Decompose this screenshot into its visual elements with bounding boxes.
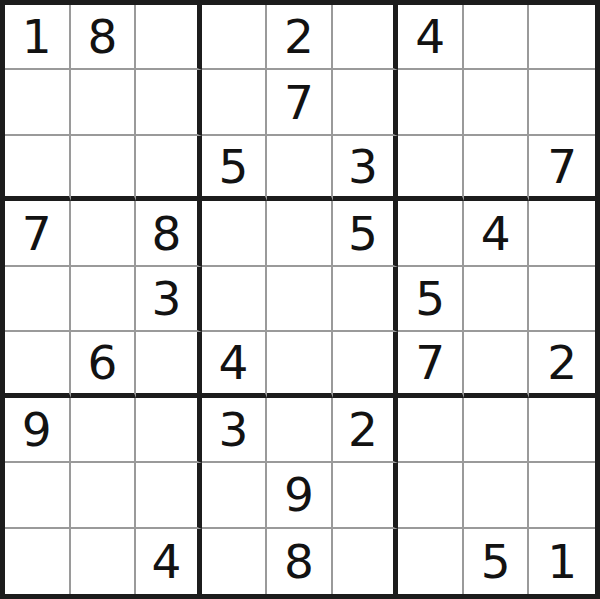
cell-r4c3[interactable]: 8 — [136, 201, 202, 266]
cell-r7c1[interactable]: 9 — [5, 398, 71, 463]
cell-r5c1[interactable] — [5, 267, 71, 332]
given-digit: 3 — [348, 143, 378, 190]
cell-r2c1[interactable] — [5, 70, 71, 135]
cell-r5c7[interactable]: 5 — [398, 267, 464, 332]
cell-r2c4[interactable] — [202, 70, 268, 135]
given-digit: 5 — [481, 538, 511, 585]
cell-r8c8[interactable] — [464, 463, 530, 528]
cell-r8c5[interactable]: 9 — [267, 463, 333, 528]
sudoku-board: 18247537785435647293294851 — [0, 0, 600, 599]
cell-r9c2[interactable] — [71, 529, 137, 594]
given-digit: 4 — [481, 210, 511, 257]
cell-r2c6[interactable] — [333, 70, 399, 135]
cell-r5c2[interactable] — [71, 267, 137, 332]
cell-r4c1[interactable]: 7 — [5, 201, 71, 266]
given-digit: 6 — [87, 339, 117, 386]
given-digit: 1 — [547, 538, 577, 585]
cell-r3c1[interactable] — [5, 136, 71, 201]
cell-r3c7[interactable] — [398, 136, 464, 201]
cell-r5c6[interactable] — [333, 267, 399, 332]
cell-r7c2[interactable] — [71, 398, 137, 463]
cell-r6c9[interactable]: 2 — [529, 332, 595, 397]
cell-r4c8[interactable]: 4 — [464, 201, 530, 266]
cell-r2c8[interactable] — [464, 70, 530, 135]
cell-r9c3[interactable]: 4 — [136, 529, 202, 594]
cell-r6c7[interactable]: 7 — [398, 332, 464, 397]
cell-r3c2[interactable] — [71, 136, 137, 201]
cell-r3c3[interactable] — [136, 136, 202, 201]
cell-r7c6[interactable]: 2 — [333, 398, 399, 463]
cell-r4c5[interactable] — [267, 201, 333, 266]
given-digit: 5 — [218, 143, 248, 190]
cell-r8c9[interactable] — [529, 463, 595, 528]
cell-r4c2[interactable] — [71, 201, 137, 266]
given-digit: 1 — [22, 13, 52, 60]
cell-r4c7[interactable] — [398, 201, 464, 266]
cell-r2c7[interactable] — [398, 70, 464, 135]
cell-r8c7[interactable] — [398, 463, 464, 528]
cell-r8c2[interactable] — [71, 463, 137, 528]
cell-r2c3[interactable] — [136, 70, 202, 135]
cell-r7c9[interactable] — [529, 398, 595, 463]
sudoku-puzzle-page: 18247537785435647293294851 — [0, 0, 600, 599]
given-digit: 2 — [284, 13, 314, 60]
given-digit: 9 — [284, 471, 314, 518]
cell-r3c6[interactable]: 3 — [333, 136, 399, 201]
cell-r1c1[interactable]: 1 — [5, 5, 71, 70]
given-digit: 4 — [151, 538, 181, 585]
cell-r6c1[interactable] — [5, 332, 71, 397]
cell-r1c3[interactable] — [136, 5, 202, 70]
cell-r6c4[interactable]: 4 — [202, 332, 268, 397]
given-digit: 5 — [415, 275, 445, 322]
given-digit: 7 — [547, 143, 577, 190]
cell-r4c6[interactable]: 5 — [333, 201, 399, 266]
cell-r7c4[interactable]: 3 — [202, 398, 268, 463]
cell-r6c3[interactable] — [136, 332, 202, 397]
cell-r6c6[interactable] — [333, 332, 399, 397]
cell-r2c5[interactable]: 7 — [267, 70, 333, 135]
cell-r4c4[interactable] — [202, 201, 268, 266]
cell-r6c5[interactable] — [267, 332, 333, 397]
cell-r3c4[interactable]: 5 — [202, 136, 268, 201]
cell-r7c7[interactable] — [398, 398, 464, 463]
given-digit: 4 — [218, 339, 248, 386]
cell-r2c9[interactable] — [529, 70, 595, 135]
cell-r3c9[interactable]: 7 — [529, 136, 595, 201]
cell-r1c5[interactable]: 2 — [267, 5, 333, 70]
cell-r5c9[interactable] — [529, 267, 595, 332]
cell-r8c3[interactable] — [136, 463, 202, 528]
cell-r9c4[interactable] — [202, 529, 268, 594]
cell-r6c8[interactable] — [464, 332, 530, 397]
cell-r9c7[interactable] — [398, 529, 464, 594]
cell-r9c5[interactable]: 8 — [267, 529, 333, 594]
cell-r7c8[interactable] — [464, 398, 530, 463]
cell-r9c1[interactable] — [5, 529, 71, 594]
cell-r5c5[interactable] — [267, 267, 333, 332]
given-digit: 5 — [348, 210, 378, 257]
given-digit: 7 — [22, 210, 52, 257]
cell-r1c8[interactable] — [464, 5, 530, 70]
cell-r1c2[interactable]: 8 — [71, 5, 137, 70]
cell-r6c2[interactable]: 6 — [71, 332, 137, 397]
cell-r5c8[interactable] — [464, 267, 530, 332]
cell-r5c4[interactable] — [202, 267, 268, 332]
given-digit: 2 — [547, 339, 577, 386]
given-digit: 2 — [348, 406, 378, 453]
cell-r1c4[interactable] — [202, 5, 268, 70]
cell-r7c3[interactable] — [136, 398, 202, 463]
given-digit: 3 — [151, 275, 181, 322]
cell-r3c5[interactable] — [267, 136, 333, 201]
cell-r1c9[interactable] — [529, 5, 595, 70]
cell-r8c4[interactable] — [202, 463, 268, 528]
cell-r7c5[interactable] — [267, 398, 333, 463]
given-digit: 9 — [22, 406, 52, 453]
given-digit: 7 — [415, 339, 445, 386]
given-digit: 4 — [415, 13, 445, 60]
cell-r4c9[interactable] — [529, 201, 595, 266]
cell-r9c8[interactable]: 5 — [464, 529, 530, 594]
given-digit: 3 — [218, 406, 248, 453]
cell-r8c6[interactable] — [333, 463, 399, 528]
cell-r9c6[interactable] — [333, 529, 399, 594]
given-digit: 8 — [151, 210, 181, 257]
cell-r2c2[interactable] — [71, 70, 137, 135]
cell-r3c8[interactable] — [464, 136, 530, 201]
cell-r8c1[interactable] — [5, 463, 71, 528]
cell-r1c7[interactable]: 4 — [398, 5, 464, 70]
cell-r1c6[interactable] — [333, 5, 399, 70]
given-digit: 8 — [284, 538, 314, 585]
cell-r9c9[interactable]: 1 — [529, 529, 595, 594]
cell-r5c3[interactable]: 3 — [136, 267, 202, 332]
given-digit: 7 — [284, 79, 314, 126]
given-digit: 8 — [87, 13, 117, 60]
